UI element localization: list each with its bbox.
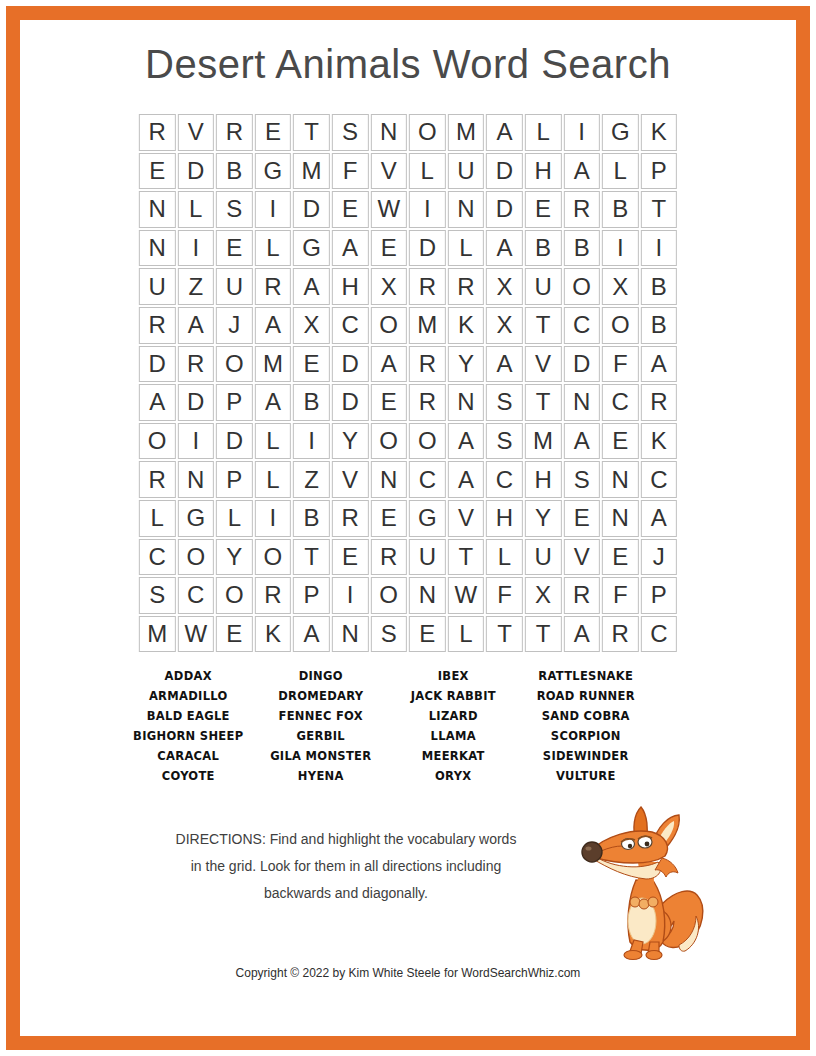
grid-cell[interactable]: L — [486, 539, 523, 576]
grid-cell[interactable]: B — [641, 268, 678, 305]
grid-cell[interactable]: B — [216, 153, 253, 190]
coyote-foot — [624, 951, 642, 960]
grid-cell[interactable]: S — [486, 384, 523, 421]
grid-cell[interactable]: G — [293, 230, 330, 267]
grid-cell[interactable]: L — [139, 500, 176, 537]
grid-cell[interactable]: P — [293, 577, 330, 614]
grid-cell[interactable]: B — [293, 500, 330, 537]
grid-cell[interactable]: O — [370, 307, 407, 344]
grid-cell[interactable]: T — [641, 191, 678, 228]
grid-cell[interactable]: H — [486, 500, 523, 537]
grid-cell[interactable]: H — [525, 153, 562, 190]
grid-cell[interactable]: M — [409, 307, 446, 344]
grid-cell[interactable]: O — [370, 577, 407, 614]
grid-cell[interactable]: B — [602, 191, 639, 228]
grid-cell[interactable]: A — [563, 153, 600, 190]
grid-cell[interactable]: S — [563, 461, 600, 498]
grid-cell[interactable]: R — [139, 114, 176, 151]
grid-cell[interactable]: G — [602, 114, 639, 151]
word-list-item: BALD EAGLE — [122, 706, 255, 726]
word-list-item: ARMADILLO — [122, 686, 255, 706]
grid-cell[interactable]: S — [139, 577, 176, 614]
grid-cell[interactable]: U — [525, 268, 562, 305]
grid-cell[interactable]: V — [525, 346, 562, 383]
grid-cell[interactable]: T — [293, 114, 330, 151]
word-list-item: DROMEDARY — [255, 686, 388, 706]
grid-cell[interactable]: E — [370, 230, 407, 267]
grid-cell[interactable]: A — [563, 423, 600, 460]
grid-cell[interactable]: S — [370, 616, 407, 653]
grid-cell[interactable]: I — [332, 577, 369, 614]
grid-cell[interactable]: D — [486, 191, 523, 228]
grid-cell[interactable]: N — [409, 577, 446, 614]
grid-cell[interactable]: W — [370, 191, 407, 228]
grid-cell[interactable]: O — [409, 423, 446, 460]
grid-cell[interactable]: D — [486, 153, 523, 190]
word-list: ADDAXARMADILLOBALD EAGLEBIGHORN SHEEPCAR… — [122, 666, 652, 786]
grid-cell[interactable]: T — [525, 384, 562, 421]
grid-cell[interactable]: O — [177, 539, 214, 576]
grid-cell[interactable]: N — [370, 461, 407, 498]
word-list-item: ADDAX — [122, 666, 255, 686]
grid-cell[interactable]: W — [177, 616, 214, 653]
grid-cell[interactable]: N — [602, 461, 639, 498]
grid-cell[interactable]: H — [332, 268, 369, 305]
grid-cell[interactable]: P — [216, 461, 253, 498]
word-list-item: JACK RABBIT — [387, 686, 520, 706]
grid-cell[interactable]: R — [641, 384, 678, 421]
grid-cell[interactable]: V — [563, 539, 600, 576]
grid-cell[interactable]: I — [409, 191, 446, 228]
grid-cell[interactable]: O — [563, 268, 600, 305]
grid-cell[interactable]: B — [563, 230, 600, 267]
grid-cell[interactable]: K — [641, 423, 678, 460]
word-list-item: SCORPION — [520, 726, 653, 746]
grid-cell[interactable]: O — [255, 539, 292, 576]
grid-cell[interactable]: R — [216, 114, 253, 151]
word-list-item: CARACAL — [122, 746, 255, 766]
grid-cell[interactable]: X — [486, 307, 523, 344]
grid-cell[interactable]: A — [139, 384, 176, 421]
grid-cell[interactable]: C — [563, 307, 600, 344]
word-list-item: COYOTE — [122, 766, 255, 786]
directions-line: backwards and diagonally. — [126, 880, 566, 907]
grid-cell[interactable]: N — [602, 500, 639, 537]
grid-cell[interactable]: S — [216, 191, 253, 228]
grid-cell[interactable]: A — [255, 384, 292, 421]
grid-cell[interactable]: G — [177, 500, 214, 537]
grid-cell[interactable]: L — [255, 230, 292, 267]
grid-cell[interactable]: U — [448, 153, 485, 190]
puzzle-title: Desert Animals Word Search — [0, 42, 816, 87]
grid-cell[interactable]: F — [602, 577, 639, 614]
grid-cell[interactable]: R — [563, 191, 600, 228]
directions-line: in the grid. Look for them in all direct… — [126, 853, 566, 880]
grid-cell[interactable]: A — [293, 616, 330, 653]
grid-cell[interactable]: C — [641, 616, 678, 653]
grid-cell[interactable]: B — [293, 384, 330, 421]
grid-cell[interactable]: N — [139, 230, 176, 267]
word-list-item: SIDEWINDER — [520, 746, 653, 766]
grid-cell[interactable]: X — [525, 577, 562, 614]
grid-cell[interactable]: U — [216, 268, 253, 305]
grid-cell[interactable]: M — [293, 153, 330, 190]
grid-cell[interactable]: F — [602, 346, 639, 383]
grid-cell[interactable]: R — [563, 577, 600, 614]
word-list-item: ORYX — [387, 766, 520, 786]
grid-cell[interactable]: L — [255, 423, 292, 460]
grid-cell[interactable]: H — [525, 461, 562, 498]
grid-cell[interactable]: C — [139, 539, 176, 576]
grid-cell[interactable]: R — [255, 577, 292, 614]
grid-cell[interactable]: A — [486, 230, 523, 267]
word-list-column: RATTLESNAKEROAD RUNNERSAND COBRASCORPION… — [520, 666, 653, 786]
word-list-item: ROAD RUNNER — [520, 686, 653, 706]
grid-cell[interactable]: L — [525, 114, 562, 151]
grid-cell[interactable]: B — [641, 307, 678, 344]
grid-cell[interactable]: N — [448, 191, 485, 228]
grid-cell[interactable]: R — [139, 461, 176, 498]
copyright-text: Copyright © 2022 by Kim White Steele for… — [0, 966, 816, 980]
grid-cell[interactable]: M — [139, 616, 176, 653]
grid-cell[interactable]: L — [177, 191, 214, 228]
grid-cell[interactable]: M — [255, 346, 292, 383]
grid-cell[interactable]: A — [332, 230, 369, 267]
word-list-item: VULTURE — [520, 766, 653, 786]
grid-cell[interactable]: C — [177, 577, 214, 614]
grid-cell[interactable]: L — [409, 153, 446, 190]
coyote-nose — [582, 842, 602, 862]
grid-cell[interactable]: E — [139, 153, 176, 190]
grid-cell[interactable]: O — [216, 346, 253, 383]
grid-cell[interactable]: V — [448, 500, 485, 537]
grid-cell[interactable]: E — [255, 114, 292, 151]
grid-cell[interactable]: D — [293, 191, 330, 228]
grid-cell[interactable]: I — [255, 500, 292, 537]
grid-cell[interactable]: A — [293, 268, 330, 305]
grid-cell[interactable]: X — [486, 268, 523, 305]
grid-cell[interactable]: A — [641, 500, 678, 537]
grid-cell[interactable]: I — [641, 230, 678, 267]
grid-cell[interactable]: V — [177, 114, 214, 151]
grid-cell[interactable]: J — [641, 539, 678, 576]
grid-cell[interactable]: D — [216, 423, 253, 460]
grid-cell[interactable]: E — [525, 191, 562, 228]
grid-cell[interactable]: D — [332, 346, 369, 383]
grid-cell[interactable]: L — [448, 616, 485, 653]
grid-cell[interactable]: I — [293, 423, 330, 460]
grid-cell[interactable]: K — [641, 114, 678, 151]
grid-cell[interactable]: Y — [216, 539, 253, 576]
grid-cell[interactable]: P — [641, 153, 678, 190]
grid-cell[interactable]: V — [332, 461, 369, 498]
word-search-grid: RVRETSNOMALIGKEDBGMFVLUDHALPNLSIDEWINDER… — [139, 114, 677, 652]
grid-cell[interactable]: U — [409, 539, 446, 576]
grid-cell[interactable]: A — [448, 461, 485, 498]
coyote-foot — [646, 951, 662, 960]
grid-cell[interactable]: A — [370, 346, 407, 383]
grid-cell[interactable]: A — [448, 423, 485, 460]
grid-cell[interactable]: N — [332, 616, 369, 653]
grid-cell[interactable]: X — [370, 268, 407, 305]
grid-cell[interactable]: W — [448, 577, 485, 614]
page: Desert Animals Word Search RVRETSNOMALIG… — [0, 0, 816, 1056]
grid-cell[interactable]: I — [563, 114, 600, 151]
grid-cell[interactable]: E — [370, 384, 407, 421]
grid-cell[interactable]: P — [216, 384, 253, 421]
word-list-item: GERBIL — [255, 726, 388, 746]
grid-cell[interactable]: C — [641, 461, 678, 498]
word-list-item: SAND COBRA — [520, 706, 653, 726]
grid-cell[interactable]: Z — [293, 461, 330, 498]
grid-cell[interactable]: F — [486, 577, 523, 614]
grid-cell[interactable]: G — [409, 500, 446, 537]
word-list-item: DINGO — [255, 666, 388, 686]
grid-cell[interactable]: Y — [332, 423, 369, 460]
grid-cell[interactable]: E — [563, 500, 600, 537]
grid-cell[interactable]: E — [602, 423, 639, 460]
grid-cell[interactable]: R — [177, 346, 214, 383]
grid-cell[interactable]: R — [409, 346, 446, 383]
word-list-item: LIZARD — [387, 706, 520, 726]
grid-cell[interactable]: Z — [177, 268, 214, 305]
grid-cell[interactable]: O — [139, 423, 176, 460]
grid-cell[interactable]: R — [448, 268, 485, 305]
grid-cell[interactable]: E — [216, 230, 253, 267]
word-list-column: IBEXJACK RABBITLIZARDLLAMAMEERKATORYX — [387, 666, 520, 786]
grid-cell[interactable]: T — [525, 307, 562, 344]
word-list-item: FENNEC FOX — [255, 706, 388, 726]
grid-cell[interactable]: L — [216, 500, 253, 537]
word-list-column: DINGODROMEDARYFENNEC FOXGERBILGILA MONST… — [255, 666, 388, 786]
grid-cell[interactable]: I — [255, 191, 292, 228]
grid-cell[interactable]: X — [602, 268, 639, 305]
grid-cell[interactable]: D — [177, 384, 214, 421]
word-list-item: HYENA — [255, 766, 388, 786]
grid-cell[interactable]: C — [409, 461, 446, 498]
grid-cell[interactable]: A — [563, 616, 600, 653]
grid-cell[interactable]: M — [525, 423, 562, 460]
grid-cell[interactable]: N — [177, 461, 214, 498]
grid-cell[interactable]: R — [370, 539, 407, 576]
grid-cell[interactable]: N — [563, 384, 600, 421]
grid-cell[interactable]: O — [216, 577, 253, 614]
word-list-item: RATTLESNAKE — [520, 666, 653, 686]
grid-cell[interactable]: E — [409, 616, 446, 653]
coyote-mascot-image — [566, 802, 716, 964]
grid-cell[interactable]: R — [255, 268, 292, 305]
grid-cell[interactable]: O — [370, 423, 407, 460]
grid-cell[interactable]: D — [139, 346, 176, 383]
grid-cell[interactable]: C — [332, 307, 369, 344]
grid-cell[interactable]: R — [332, 500, 369, 537]
grid-cell[interactable]: R — [139, 307, 176, 344]
grid-cell[interactable]: O — [409, 114, 446, 151]
grid-cell[interactable]: D — [563, 346, 600, 383]
grid-cell[interactable]: K — [255, 616, 292, 653]
grid-cell[interactable]: I — [177, 423, 214, 460]
grid-cell[interactable]: E — [370, 500, 407, 537]
grid-cell[interactable]: T — [293, 539, 330, 576]
word-list-item: BIGHORN SHEEP — [122, 726, 255, 746]
grid-cell[interactable]: T — [525, 616, 562, 653]
grid-cell[interactable]: D — [177, 153, 214, 190]
grid-cell[interactable]: D — [332, 384, 369, 421]
grid-cell[interactable]: L — [255, 461, 292, 498]
word-list-item: IBEX — [387, 666, 520, 686]
grid-cell[interactable]: Y — [525, 500, 562, 537]
word-list-item: LLAMA — [387, 726, 520, 746]
grid-cell[interactable]: N — [139, 191, 176, 228]
grid-cell[interactable]: I — [602, 230, 639, 267]
grid-cell[interactable]: A — [486, 346, 523, 383]
grid-cell[interactable]: E — [216, 616, 253, 653]
grid-cell[interactable]: P — [641, 577, 678, 614]
grid-cell[interactable]: X — [293, 307, 330, 344]
grid-cell[interactable]: U — [525, 539, 562, 576]
grid-cell[interactable]: K — [448, 307, 485, 344]
grid-cell[interactable]: J — [216, 307, 253, 344]
grid-cell[interactable]: R — [409, 384, 446, 421]
grid-cell[interactable]: A — [177, 307, 214, 344]
grid-cell[interactable]: E — [602, 539, 639, 576]
grid-cell[interactable]: U — [139, 268, 176, 305]
grid-cell[interactable]: C — [602, 384, 639, 421]
grid-cell[interactable]: N — [448, 384, 485, 421]
grid-cell[interactable]: M — [448, 114, 485, 151]
grid-cell[interactable]: S — [332, 114, 369, 151]
directions-text: DIRECTIONS: Find and highlight the vocab… — [126, 826, 566, 907]
grid-cell[interactable]: E — [332, 539, 369, 576]
grid-cell[interactable]: A — [641, 346, 678, 383]
grid-cell[interactable]: R — [602, 616, 639, 653]
grid-cell[interactable]: C — [486, 461, 523, 498]
grid-cell[interactable]: B — [525, 230, 562, 267]
grid-cell[interactable]: T — [448, 539, 485, 576]
directions-line: DIRECTIONS: Find and highlight the vocab… — [126, 826, 566, 853]
grid-cell[interactable]: E — [332, 191, 369, 228]
grid-cell[interactable]: R — [409, 268, 446, 305]
word-list-item: MEERKAT — [387, 746, 520, 766]
grid-cell[interactable]: A — [486, 114, 523, 151]
grid-cell[interactable]: N — [370, 114, 407, 151]
grid-cell[interactable]: V — [370, 153, 407, 190]
grid-cell[interactable]: F — [332, 153, 369, 190]
grid-cell[interactable]: I — [177, 230, 214, 267]
grid-cell[interactable]: E — [293, 346, 330, 383]
word-list-column: ADDAXARMADILLOBALD EAGLEBIGHORN SHEEPCAR… — [122, 666, 255, 786]
grid-cell[interactable]: G — [255, 153, 292, 190]
grid-cell[interactable]: L — [602, 153, 639, 190]
grid-cell[interactable]: S — [486, 423, 523, 460]
grid-cell[interactable]: Y — [448, 346, 485, 383]
grid-cell[interactable]: O — [602, 307, 639, 344]
grid-cell[interactable]: L — [448, 230, 485, 267]
word-list-item: GILA MONSTER — [255, 746, 388, 766]
grid-cell[interactable]: D — [409, 230, 446, 267]
grid-cell[interactable]: A — [255, 307, 292, 344]
grid-cell[interactable]: T — [486, 616, 523, 653]
